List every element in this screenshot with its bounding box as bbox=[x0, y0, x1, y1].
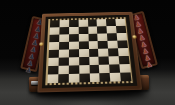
board-square[interactable] bbox=[48, 58, 58, 66]
red-pawn-piece[interactable]: ♟ bbox=[145, 61, 153, 69]
board-square[interactable] bbox=[79, 57, 89, 65]
brass-medallion-icon bbox=[132, 35, 136, 38]
chess-case-photo: ♟♟♟♟♟♟♟♟ ♟♟♟♟♟♟♟♟ bbox=[0, 0, 175, 105]
board-square[interactable] bbox=[69, 74, 80, 83]
board-square[interactable] bbox=[89, 73, 100, 82]
board-square[interactable] bbox=[119, 56, 130, 64]
board-square[interactable] bbox=[89, 57, 99, 65]
board-square[interactable] bbox=[49, 50, 59, 58]
board-square[interactable] bbox=[58, 57, 68, 65]
board-frame bbox=[37, 12, 142, 93]
board-square[interactable] bbox=[58, 74, 69, 83]
board-square[interactable] bbox=[79, 73, 90, 82]
board-square[interactable] bbox=[47, 74, 58, 83]
board-square[interactable] bbox=[79, 65, 89, 74]
chess-board-top bbox=[37, 12, 142, 93]
board-square[interactable] bbox=[69, 65, 79, 74]
board-border-band bbox=[42, 15, 137, 89]
board-square[interactable] bbox=[69, 57, 79, 65]
board-square[interactable] bbox=[100, 73, 111, 82]
board-square[interactable] bbox=[99, 65, 110, 74]
chess-board-grid bbox=[47, 19, 131, 83]
board-square[interactable] bbox=[99, 56, 110, 64]
board-square[interactable] bbox=[120, 64, 131, 73]
board-square[interactable] bbox=[89, 65, 100, 74]
board-square[interactable] bbox=[79, 49, 89, 57]
board-square[interactable] bbox=[120, 72, 131, 81]
board-mosaic-trim bbox=[45, 17, 134, 85]
board-square[interactable] bbox=[48, 66, 59, 75]
board-square[interactable] bbox=[110, 73, 121, 82]
board-square[interactable] bbox=[58, 66, 68, 75]
black-pawn-piece[interactable]: ♟ bbox=[24, 67, 32, 75]
board-square[interactable] bbox=[109, 64, 120, 73]
